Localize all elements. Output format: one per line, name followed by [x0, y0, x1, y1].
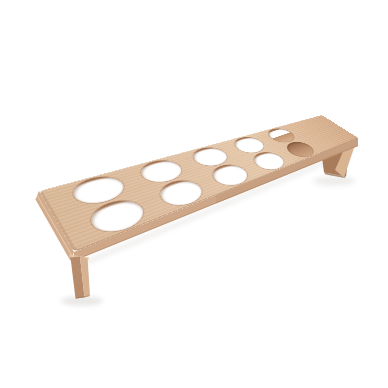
product-scene — [0, 0, 388, 388]
ground-shadow-right-support — [313, 177, 355, 186]
